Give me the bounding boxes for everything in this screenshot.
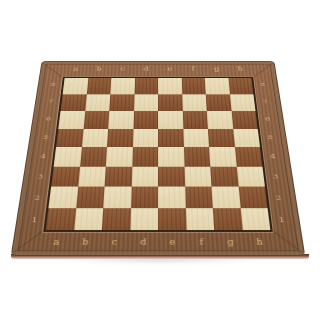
square-d8: [134, 78, 158, 94]
coordinate-label: d: [129, 238, 158, 247]
square-e1: [158, 208, 186, 230]
coordinate-label: h: [245, 238, 275, 247]
square-c4: [106, 147, 133, 166]
square-f6: [182, 111, 207, 129]
coordinate-label: 7: [34, 93, 61, 110]
square-f5: [183, 129, 209, 147]
square-h2: [238, 187, 267, 208]
square-b5: [82, 129, 109, 147]
square-g4: [209, 147, 236, 166]
file-labels-bottom: abcdefgh: [41, 238, 275, 247]
square-c6: [108, 111, 133, 129]
square-f4: [184, 147, 211, 166]
square-a3: [51, 166, 80, 186]
product-photo-scene: abcdefgh abcdefgh 87654321 87654321: [0, 0, 320, 320]
square-b6: [83, 111, 109, 129]
coordinate-label: 7: [255, 93, 282, 110]
square-c2: [103, 187, 131, 208]
square-e3: [158, 166, 185, 186]
chess-board: abcdefgh abcdefgh 87654321 87654321: [11, 61, 306, 256]
square-f7: [182, 94, 207, 111]
square-c8: [110, 78, 134, 94]
coordinate-label: f: [187, 238, 216, 247]
board-frame: abcdefgh abcdefgh 87654321 87654321: [11, 61, 306, 256]
square-e6: [158, 111, 183, 129]
coordinate-label: c: [100, 238, 129, 247]
coordinate-label: 2: [18, 187, 49, 209]
coordinate-label: 5: [260, 128, 288, 147]
square-e5: [158, 129, 184, 147]
coordinate-label: g: [205, 66, 229, 72]
square-h1: [240, 208, 270, 230]
square-h3: [236, 166, 265, 186]
square-f2: [185, 187, 213, 208]
coordinate-label: b: [87, 66, 111, 72]
square-h4: [235, 147, 263, 166]
coordinate-label: d: [134, 66, 158, 72]
frame-miter-seam: [270, 229, 302, 253]
board-grid: [43, 77, 273, 232]
square-a7: [60, 94, 86, 111]
coordinate-label: 1: [270, 209, 302, 232]
square-b2: [76, 187, 105, 208]
square-d6: [133, 111, 158, 129]
file-labels-top: abcdefgh: [63, 66, 252, 72]
frame-miter-seam: [13, 229, 45, 253]
square-c1: [102, 208, 131, 230]
coordinate-label: 6: [31, 110, 59, 128]
coordinate-label: e: [158, 238, 187, 247]
coordinate-label: f: [181, 66, 205, 72]
square-h5: [233, 129, 260, 147]
square-h8: [228, 78, 253, 94]
square-f1: [185, 208, 214, 230]
square-d5: [133, 129, 159, 147]
coordinate-label: 3: [265, 167, 295, 188]
square-h7: [230, 94, 256, 111]
coordinate-label: a: [41, 238, 71, 247]
square-b3: [78, 166, 106, 186]
square-b7: [85, 94, 110, 111]
square-g8: [205, 78, 230, 94]
square-b8: [86, 78, 111, 94]
coordinate-label: 1: [15, 209, 47, 232]
coordinate-label: 6: [257, 110, 285, 128]
square-d1: [130, 208, 158, 230]
square-a5: [56, 129, 83, 147]
square-f8: [181, 78, 205, 94]
square-a8: [63, 78, 88, 94]
square-b4: [80, 147, 107, 166]
coordinate-label: 4: [262, 147, 291, 167]
coordinate-label: 8: [253, 77, 279, 93]
square-g7: [206, 94, 231, 111]
square-e4: [158, 147, 184, 166]
square-a2: [48, 187, 77, 208]
square-e8: [158, 78, 182, 94]
square-a6: [58, 111, 85, 129]
coordinate-label: 5: [28, 128, 56, 147]
coordinate-label: 2: [267, 187, 298, 209]
square-g1: [213, 208, 242, 230]
coordinate-label: a: [63, 66, 87, 72]
coordinate-label: 8: [37, 77, 63, 93]
square-g5: [208, 129, 235, 147]
coordinate-label: 3: [22, 167, 52, 188]
square-d2: [131, 187, 158, 208]
square-f3: [184, 166, 211, 186]
square-g6: [207, 111, 233, 129]
square-c7: [109, 94, 134, 111]
square-a1: [46, 208, 76, 230]
square-e7: [158, 94, 182, 111]
coordinate-label: c: [111, 66, 135, 72]
square-g3: [210, 166, 238, 186]
square-d7: [134, 94, 158, 111]
coordinate-label: g: [216, 238, 246, 247]
square-h6: [231, 111, 258, 129]
square-b1: [74, 208, 103, 230]
square-d3: [131, 166, 158, 186]
coordinate-label: 4: [25, 147, 54, 167]
coordinate-label: h: [228, 66, 252, 72]
square-a4: [54, 147, 82, 166]
square-g2: [211, 187, 240, 208]
square-c3: [105, 166, 132, 186]
square-c5: [107, 129, 133, 147]
coordinate-label: e: [158, 66, 182, 72]
square-d4: [132, 147, 158, 166]
coordinate-label: b: [70, 238, 100, 247]
square-e2: [158, 187, 185, 208]
